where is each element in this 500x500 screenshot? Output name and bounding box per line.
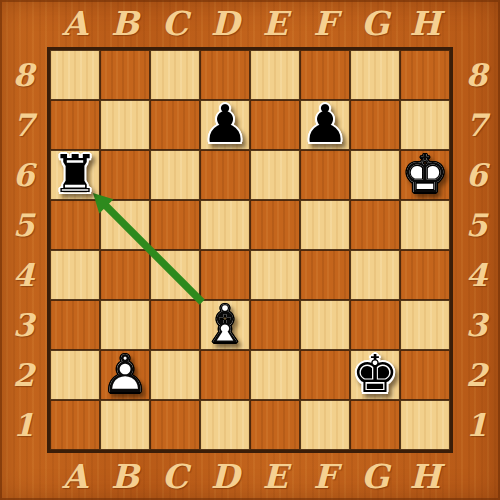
white-bishop-outline-glyph: ♗ <box>200 300 250 350</box>
black-rook-glyph: ♜ <box>50 150 100 200</box>
black-pawn-f7[interactable]: ♟ <box>300 100 350 150</box>
white-pawn-outline-glyph: ♙ <box>100 350 150 400</box>
pieces-layer: ♜♟♟♚♚♔♝♗♟♙ <box>0 0 500 500</box>
white-king-h6[interactable]: ♚♔ <box>400 150 450 200</box>
black-pawn-glyph: ♟ <box>200 100 250 150</box>
white-bishop-d3[interactable]: ♝♗ <box>200 300 250 350</box>
black-rook-a6[interactable]: ♜ <box>50 150 100 200</box>
chessboard-app: ABCDEFGH ABCDEFGH 87654321 87654321 ♜♟♟♚… <box>0 0 500 500</box>
black-king-glyph: ♚ <box>350 350 400 400</box>
white-pawn-b2[interactable]: ♟♙ <box>100 350 150 400</box>
black-pawn-glyph: ♟ <box>300 100 350 150</box>
black-pawn-d7[interactable]: ♟ <box>200 100 250 150</box>
white-king-outline-glyph: ♔ <box>400 150 450 200</box>
black-king-g2[interactable]: ♚ <box>350 350 400 400</box>
